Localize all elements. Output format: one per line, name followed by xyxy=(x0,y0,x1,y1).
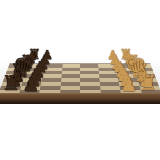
pieces-layer: ♜♞♝♛♚♝♞♜♟♟♟♟♟♟♟♟♟♟♟♟♟♟♟♟♜♞♝♛♚♝♞♜ xyxy=(0,0,160,160)
piece-white-pawn-a2[interactable]: ♟ xyxy=(120,75,137,94)
chess-set-photo: ♜♞♝♛♚♝♞♜♟♟♟♟♟♟♟♟♟♟♟♟♟♟♟♟♜♞♝♛♚♝♞♜ xyxy=(0,0,160,160)
piece-black-pawn-a7[interactable]: ♟ xyxy=(23,75,40,94)
piece-black-rook-a8[interactable]: ♜ xyxy=(2,73,21,94)
piece-white-rook-a1[interactable]: ♜ xyxy=(139,73,158,94)
